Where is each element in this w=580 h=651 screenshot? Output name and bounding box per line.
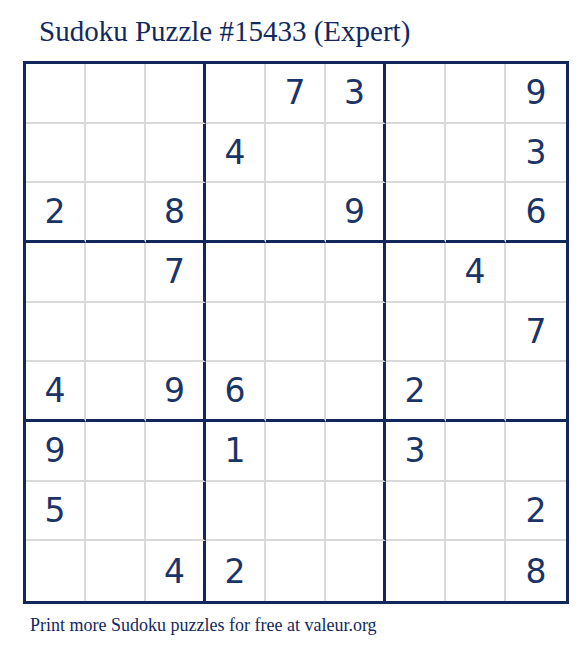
sudoku-cell: 7	[506, 303, 566, 363]
sudoku-cell	[326, 124, 386, 184]
sudoku-cell	[446, 362, 506, 422]
sudoku-cell	[446, 303, 506, 363]
sudoku-cell: 2	[506, 482, 566, 542]
sudoku-cell	[386, 482, 446, 542]
sudoku-cell	[266, 422, 326, 482]
sudoku-cell	[266, 183, 326, 243]
sudoku-cell	[506, 243, 566, 303]
sudoku-cell: 7	[146, 243, 206, 303]
sudoku-cell	[326, 422, 386, 482]
sudoku-cell: 6	[206, 362, 266, 422]
sudoku-cell	[386, 183, 446, 243]
sudoku-cell	[86, 243, 146, 303]
sudoku-cell	[386, 541, 446, 601]
sudoku-cell: 3	[326, 64, 386, 124]
sudoku-cell	[26, 64, 86, 124]
sudoku-board: 739432896747496291352428	[23, 61, 569, 604]
sudoku-cell: 8	[506, 541, 566, 601]
sudoku-cell	[86, 124, 146, 184]
sudoku-cell	[266, 243, 326, 303]
footer-text: Print more Sudoku puzzles for free at va…	[30, 613, 377, 637]
sudoku-cell	[26, 243, 86, 303]
sudoku-cell	[206, 482, 266, 542]
sudoku-cell	[326, 541, 386, 601]
sudoku-cell	[266, 541, 326, 601]
sudoku-cell: 9	[146, 362, 206, 422]
sudoku-cell	[86, 362, 146, 422]
sudoku-cell: 5	[26, 482, 86, 542]
sudoku-cell: 1	[206, 422, 266, 482]
sudoku-cell	[446, 482, 506, 542]
page-title: Sudoku Puzzle #15433 (Expert)	[39, 14, 410, 48]
sudoku-cell	[206, 64, 266, 124]
sudoku-cell	[86, 183, 146, 243]
sudoku-cell	[146, 303, 206, 363]
sudoku-cell	[266, 362, 326, 422]
sudoku-cell: 2	[386, 362, 446, 422]
sudoku-cell	[446, 541, 506, 601]
sudoku-cell	[326, 482, 386, 542]
sudoku-cell	[26, 303, 86, 363]
sudoku-cell	[86, 303, 146, 363]
sudoku-cell	[146, 64, 206, 124]
sudoku-cell: 3	[386, 422, 446, 482]
sudoku-cell	[386, 243, 446, 303]
sudoku-cell: 9	[26, 422, 86, 482]
sudoku-cell: 3	[506, 124, 566, 184]
sudoku-cell: 2	[206, 541, 266, 601]
sudoku-cell	[446, 124, 506, 184]
sudoku-cell	[326, 243, 386, 303]
sudoku-cell	[506, 362, 566, 422]
sudoku-cell	[206, 243, 266, 303]
sudoku-cell	[86, 482, 146, 542]
sudoku-cell: 8	[146, 183, 206, 243]
sudoku-cell	[446, 183, 506, 243]
sudoku-cell	[386, 64, 446, 124]
sudoku-cell	[146, 422, 206, 482]
sudoku-cell	[146, 124, 206, 184]
sudoku-cell	[86, 422, 146, 482]
sudoku-cell	[26, 124, 86, 184]
sudoku-cell: 4	[446, 243, 506, 303]
sudoku-cell: 4	[146, 541, 206, 601]
sudoku-cell	[206, 303, 266, 363]
sudoku-cell	[26, 541, 86, 601]
sudoku-cell	[86, 541, 146, 601]
sudoku-cell	[386, 124, 446, 184]
sudoku-cell	[266, 303, 326, 363]
sudoku-cell	[146, 482, 206, 542]
sudoku-cell	[386, 303, 446, 363]
sudoku-cell: 4	[26, 362, 86, 422]
sudoku-cell: 2	[26, 183, 86, 243]
sudoku-cell: 7	[266, 64, 326, 124]
sudoku-cell: 9	[326, 183, 386, 243]
sudoku-cell	[206, 183, 266, 243]
sudoku-cell	[506, 422, 566, 482]
sudoku-cell: 4	[206, 124, 266, 184]
sudoku-cell	[446, 422, 506, 482]
sudoku-cell	[326, 303, 386, 363]
sudoku-cell: 6	[506, 183, 566, 243]
sudoku-cell: 9	[506, 64, 566, 124]
sudoku-cell	[266, 124, 326, 184]
sudoku-cell	[86, 64, 146, 124]
sudoku-cell	[266, 482, 326, 542]
sudoku-page: Sudoku Puzzle #15433 (Expert) 7394328967…	[0, 0, 580, 651]
sudoku-cell	[326, 362, 386, 422]
sudoku-cell	[446, 64, 506, 124]
